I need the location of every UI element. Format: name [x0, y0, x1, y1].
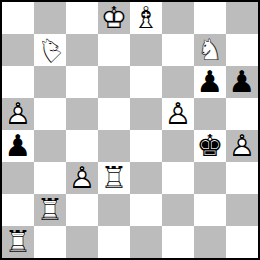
white-king[interactable]: ♚♔ — [98, 2, 130, 34]
square-b4[interactable] — [34, 130, 66, 162]
square-h7[interactable] — [226, 34, 258, 66]
square-e1[interactable] — [130, 226, 162, 258]
square-c7[interactable] — [66, 34, 98, 66]
square-f8[interactable] — [162, 2, 194, 34]
square-d1[interactable] — [98, 226, 130, 258]
square-h2[interactable] — [226, 194, 258, 226]
square-e6[interactable] — [130, 66, 162, 98]
square-h5[interactable] — [226, 98, 258, 130]
square-f6[interactable] — [162, 66, 194, 98]
square-c2[interactable] — [66, 194, 98, 226]
square-e5[interactable] — [130, 98, 162, 130]
square-b6[interactable] — [34, 66, 66, 98]
black-king[interactable]: ♚ — [194, 130, 226, 162]
square-a4[interactable]: ♟ — [2, 130, 34, 162]
white-pawn[interactable]: ♟♙ — [226, 130, 258, 162]
square-b3[interactable] — [34, 162, 66, 194]
square-c3[interactable]: ♟♙ — [66, 162, 98, 194]
square-d5[interactable] — [98, 98, 130, 130]
square-f3[interactable] — [162, 162, 194, 194]
square-g4[interactable]: ♚ — [194, 130, 226, 162]
square-a2[interactable] — [2, 194, 34, 226]
square-d7[interactable] — [98, 34, 130, 66]
white-knight[interactable]: ♞♘ — [194, 34, 226, 66]
square-e8[interactable]: ♝♗ — [130, 2, 162, 34]
white-rook[interactable]: ♜♖ — [2, 226, 34, 258]
square-b1[interactable] — [34, 226, 66, 258]
square-c6[interactable] — [66, 66, 98, 98]
square-g2[interactable] — [194, 194, 226, 226]
square-h6[interactable]: ♟ — [226, 66, 258, 98]
square-d4[interactable] — [98, 130, 130, 162]
square-c5[interactable] — [66, 98, 98, 130]
square-b2[interactable]: ♜♖ — [34, 194, 66, 226]
square-a5[interactable]: ♟♙ — [2, 98, 34, 130]
square-f7[interactable] — [162, 34, 194, 66]
square-g1[interactable] — [194, 226, 226, 258]
square-d3[interactable]: ♜♖ — [98, 162, 130, 194]
square-h1[interactable] — [226, 226, 258, 258]
square-a8[interactable] — [2, 2, 34, 34]
white-pawn[interactable]: ♟♙ — [66, 162, 98, 194]
square-g7[interactable]: ♞♘ — [194, 34, 226, 66]
square-h3[interactable] — [226, 162, 258, 194]
square-c1[interactable] — [66, 226, 98, 258]
square-d6[interactable] — [98, 66, 130, 98]
square-b7[interactable]: ♞♘ — [34, 34, 66, 66]
square-g5[interactable] — [194, 98, 226, 130]
white-pawn[interactable]: ♟♙ — [2, 98, 34, 130]
square-d2[interactable] — [98, 194, 130, 226]
square-h4[interactable]: ♟♙ — [226, 130, 258, 162]
black-pawn[interactable]: ♟ — [2, 130, 34, 162]
square-f1[interactable] — [162, 226, 194, 258]
white-rook[interactable]: ♜♖ — [34, 194, 66, 226]
white-bishop[interactable]: ♝♗ — [130, 2, 162, 34]
black-pawn[interactable]: ♟ — [194, 66, 226, 98]
square-e4[interactable] — [130, 130, 162, 162]
square-g8[interactable] — [194, 2, 226, 34]
chessboard: ♚♔♝♗♞♘♞♘♟♟♟♙♟♙♟♚♟♙♟♙♜♖♜♖♜♖ — [0, 0, 260, 260]
square-a3[interactable] — [2, 162, 34, 194]
square-b5[interactable] — [34, 98, 66, 130]
square-c8[interactable] — [66, 2, 98, 34]
white-rook[interactable]: ♜♖ — [98, 162, 130, 194]
square-f5[interactable]: ♟♙ — [162, 98, 194, 130]
square-g3[interactable] — [194, 162, 226, 194]
square-f4[interactable] — [162, 130, 194, 162]
square-f2[interactable] — [162, 194, 194, 226]
square-e2[interactable] — [130, 194, 162, 226]
square-d8[interactable]: ♚♔ — [98, 2, 130, 34]
square-a6[interactable] — [2, 66, 34, 98]
square-e7[interactable] — [130, 34, 162, 66]
white-pawn[interactable]: ♟♙ — [162, 98, 194, 130]
square-e3[interactable] — [130, 162, 162, 194]
square-h8[interactable] — [226, 2, 258, 34]
square-g6[interactable]: ♟ — [194, 66, 226, 98]
black-pawn[interactable]: ♟ — [226, 66, 258, 98]
square-a1[interactable]: ♜♖ — [2, 226, 34, 258]
square-c4[interactable] — [66, 130, 98, 162]
